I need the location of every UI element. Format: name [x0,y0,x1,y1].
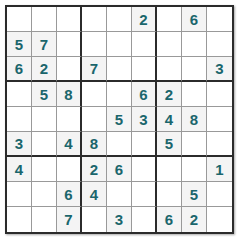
cell-r8c2[interactable] [32,182,57,207]
cell-r2c1: 5 [7,32,32,57]
cell-r9c1[interactable] [7,207,32,232]
cell-r8c4: 4 [82,182,107,207]
cell-r8c6[interactable] [132,182,157,207]
cell-r6c7: 5 [157,132,182,157]
cell-r6c4: 8 [82,132,107,157]
cell-r8c1[interactable] [7,182,32,207]
cell-r7c3[interactable] [57,157,82,182]
cell-r7c2[interactable] [32,157,57,182]
sudoku-page: 2657627358625348348542616457362 [0,0,240,240]
cell-r6c6[interactable] [132,132,157,157]
cell-r3c9: 3 [207,57,232,82]
cell-r4c2: 5 [32,82,57,107]
cell-r6c3: 4 [57,132,82,157]
cell-r3c8[interactable] [182,57,207,82]
cell-r4c6: 6 [132,82,157,107]
cell-r6c9[interactable] [207,132,232,157]
cell-r9c4[interactable] [82,207,107,232]
cell-r1c5[interactable] [107,7,132,32]
cell-r8c8: 5 [182,182,207,207]
cell-r9c8: 2 [182,207,207,232]
cell-r4c5[interactable] [107,82,132,107]
cell-r4c7: 2 [157,82,182,107]
cell-r4c8[interactable] [182,82,207,107]
cell-r3c5[interactable] [107,57,132,82]
cell-r7c4: 2 [82,157,107,182]
cell-r5c8: 8 [182,107,207,132]
cell-r5c7: 4 [157,107,182,132]
cell-r6c5[interactable] [107,132,132,157]
cell-r1c1[interactable] [7,7,32,32]
cell-r1c4[interactable] [82,7,107,32]
cell-r3c2: 2 [32,57,57,82]
cell-r9c3: 7 [57,207,82,232]
cell-r7c8[interactable] [182,157,207,182]
sudoku-board: 2657627358625348348542616457362 [5,5,234,234]
cell-r8c9[interactable] [207,182,232,207]
cell-r9c5: 3 [107,207,132,232]
cell-r6c2[interactable] [32,132,57,157]
cell-r2c3[interactable] [57,32,82,57]
cell-r5c3[interactable] [57,107,82,132]
cell-r2c5[interactable] [107,32,132,57]
cell-r2c2: 7 [32,32,57,57]
cell-r4c9[interactable] [207,82,232,107]
cell-r8c7[interactable] [157,182,182,207]
cell-r5c4[interactable] [82,107,107,132]
cell-r1c3[interactable] [57,7,82,32]
cell-r7c9: 1 [207,157,232,182]
cell-r3c6[interactable] [132,57,157,82]
cell-r1c9[interactable] [207,7,232,32]
cell-r5c2[interactable] [32,107,57,132]
cell-r4c4[interactable] [82,82,107,107]
cell-r5c6: 3 [132,107,157,132]
cell-r4c3: 8 [57,82,82,107]
cell-r7c1: 4 [7,157,32,182]
cell-r6c8[interactable] [182,132,207,157]
cell-r9c6[interactable] [132,207,157,232]
cell-r7c5: 6 [107,157,132,182]
cell-r2c9[interactable] [207,32,232,57]
cell-r7c6[interactable] [132,157,157,182]
cell-r2c8[interactable] [182,32,207,57]
cell-r8c5[interactable] [107,182,132,207]
cell-r3c4: 7 [82,57,107,82]
cell-r1c6: 2 [132,7,157,32]
cell-r5c1[interactable] [7,107,32,132]
cell-r6c1: 3 [7,132,32,157]
cell-r2c7[interactable] [157,32,182,57]
cell-r4c1[interactable] [7,82,32,107]
cell-r9c2[interactable] [32,207,57,232]
cell-r3c1: 6 [7,57,32,82]
cell-r5c9[interactable] [207,107,232,132]
cell-r7c7[interactable] [157,157,182,182]
cell-r2c4[interactable] [82,32,107,57]
cell-r1c7[interactable] [157,7,182,32]
cell-r5c5: 5 [107,107,132,132]
cell-r9c7: 6 [157,207,182,232]
cell-r1c2[interactable] [32,7,57,32]
cell-r8c3: 6 [57,182,82,207]
cell-r9c9[interactable] [207,207,232,232]
cell-r3c3[interactable] [57,57,82,82]
cell-r3c7[interactable] [157,57,182,82]
cell-r2c6[interactable] [132,32,157,57]
cell-r1c8: 6 [182,7,207,32]
